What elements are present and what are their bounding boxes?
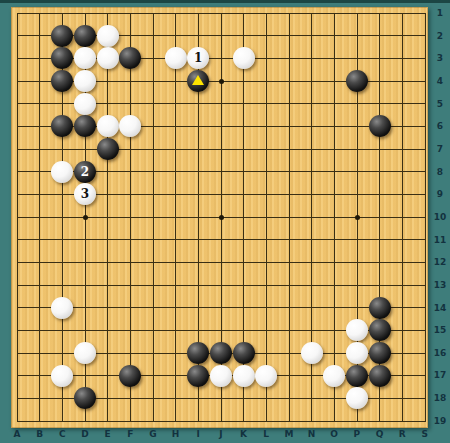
stone-white-E6[interactable] [97, 115, 119, 137]
row-label-2: 2 [430, 24, 450, 47]
stone-white-H3[interactable] [165, 47, 187, 69]
column-label-A: A [6, 429, 29, 443]
row-label-1: 1 [430, 2, 450, 25]
go-board[interactable]: 123 [11, 7, 428, 428]
stone-white-E2[interactable] [97, 25, 119, 47]
stone-white-D9[interactable]: 3 [74, 183, 96, 205]
row-label-18: 18 [430, 387, 450, 410]
row-label-17: 17 [430, 364, 450, 387]
row-label-16: 16 [430, 342, 450, 365]
column-label-N: N [300, 429, 323, 443]
stone-white-O17[interactable] [323, 365, 345, 387]
stone-black-I16[interactable] [187, 342, 209, 364]
stone-black-C4[interactable] [51, 70, 73, 92]
row-label-11: 11 [430, 228, 450, 251]
triangle-marker [192, 75, 204, 85]
stone-black-E7[interactable] [97, 138, 119, 160]
stone-black-K16[interactable] [233, 342, 255, 364]
column-label-O: O [323, 429, 346, 443]
column-label-R: R [391, 429, 414, 443]
stone-black-Q15[interactable] [369, 319, 391, 341]
column-label-K: K [232, 429, 255, 443]
stones-grid[interactable]: 123 [6, 2, 436, 432]
stone-white-E3[interactable] [97, 47, 119, 69]
stone-white-C8[interactable] [51, 161, 73, 183]
stone-white-N16[interactable] [301, 342, 323, 364]
column-labels: ABCDEFGHIJKLMNOPQRS [6, 429, 436, 443]
column-label-Q: Q [368, 429, 391, 443]
go-app-window: 123 ABCDEFGHIJKLMNOPQRS 1234567891011121… [0, 0, 450, 443]
column-label-L: L [255, 429, 278, 443]
row-labels: 12345678910111213141516171819 [430, 2, 450, 432]
stone-black-Q16[interactable] [369, 342, 391, 364]
stone-black-D2[interactable] [74, 25, 96, 47]
row-label-4: 4 [430, 70, 450, 93]
stone-black-D6[interactable] [74, 115, 96, 137]
column-label-J: J [210, 429, 233, 443]
stone-white-K3[interactable] [233, 47, 255, 69]
stone-black-C2[interactable] [51, 25, 73, 47]
column-label-H: H [164, 429, 187, 443]
row-label-14: 14 [430, 296, 450, 319]
row-label-13: 13 [430, 274, 450, 297]
row-label-12: 12 [430, 251, 450, 274]
row-label-9: 9 [430, 183, 450, 206]
stone-white-F6[interactable] [119, 115, 141, 137]
stone-black-D18[interactable] [74, 387, 96, 409]
stone-black-P4[interactable] [346, 70, 368, 92]
column-label-D: D [74, 429, 97, 443]
column-label-M: M [278, 429, 301, 443]
column-label-B: B [28, 429, 51, 443]
stone-white-C17[interactable] [51, 365, 73, 387]
column-label-I: I [187, 429, 210, 443]
stone-white-D5[interactable] [74, 93, 96, 115]
stone-white-J17[interactable] [210, 365, 232, 387]
stone-white-P15[interactable] [346, 319, 368, 341]
row-label-6: 6 [430, 115, 450, 138]
stone-white-D16[interactable] [74, 342, 96, 364]
row-label-19: 19 [430, 409, 450, 432]
column-label-P: P [346, 429, 369, 443]
stone-black-D8[interactable]: 2 [74, 161, 96, 183]
stone-black-J16[interactable] [210, 342, 232, 364]
stone-white-K17[interactable] [233, 365, 255, 387]
stone-black-Q6[interactable] [369, 115, 391, 137]
stone-white-C14[interactable] [51, 297, 73, 319]
row-label-8: 8 [430, 160, 450, 183]
move-number-label: 1 [194, 47, 202, 69]
stone-black-C6[interactable] [51, 115, 73, 137]
stone-black-F17[interactable] [119, 365, 141, 387]
stone-black-I17[interactable] [187, 365, 209, 387]
stone-black-C3[interactable] [51, 47, 73, 69]
stone-white-D4[interactable] [74, 70, 96, 92]
column-label-E: E [96, 429, 119, 443]
move-number-label: 2 [81, 161, 89, 183]
stone-white-P18[interactable] [346, 387, 368, 409]
stone-black-F3[interactable] [119, 47, 141, 69]
stone-black-I4[interactable] [187, 70, 209, 92]
stone-white-D3[interactable] [74, 47, 96, 69]
stone-black-P17[interactable] [346, 365, 368, 387]
stone-black-Q17[interactable] [369, 365, 391, 387]
column-label-C: C [51, 429, 74, 443]
row-label-5: 5 [430, 92, 450, 115]
stone-white-P16[interactable] [346, 342, 368, 364]
stone-white-I3[interactable]: 1 [187, 47, 209, 69]
row-label-3: 3 [430, 47, 450, 70]
row-label-15: 15 [430, 319, 450, 342]
stone-white-L17[interactable] [255, 365, 277, 387]
stone-black-Q14[interactable] [369, 297, 391, 319]
column-label-F: F [119, 429, 142, 443]
column-label-G: G [142, 429, 165, 443]
row-label-10: 10 [430, 206, 450, 229]
move-number-label: 3 [81, 183, 89, 205]
row-label-7: 7 [430, 138, 450, 161]
